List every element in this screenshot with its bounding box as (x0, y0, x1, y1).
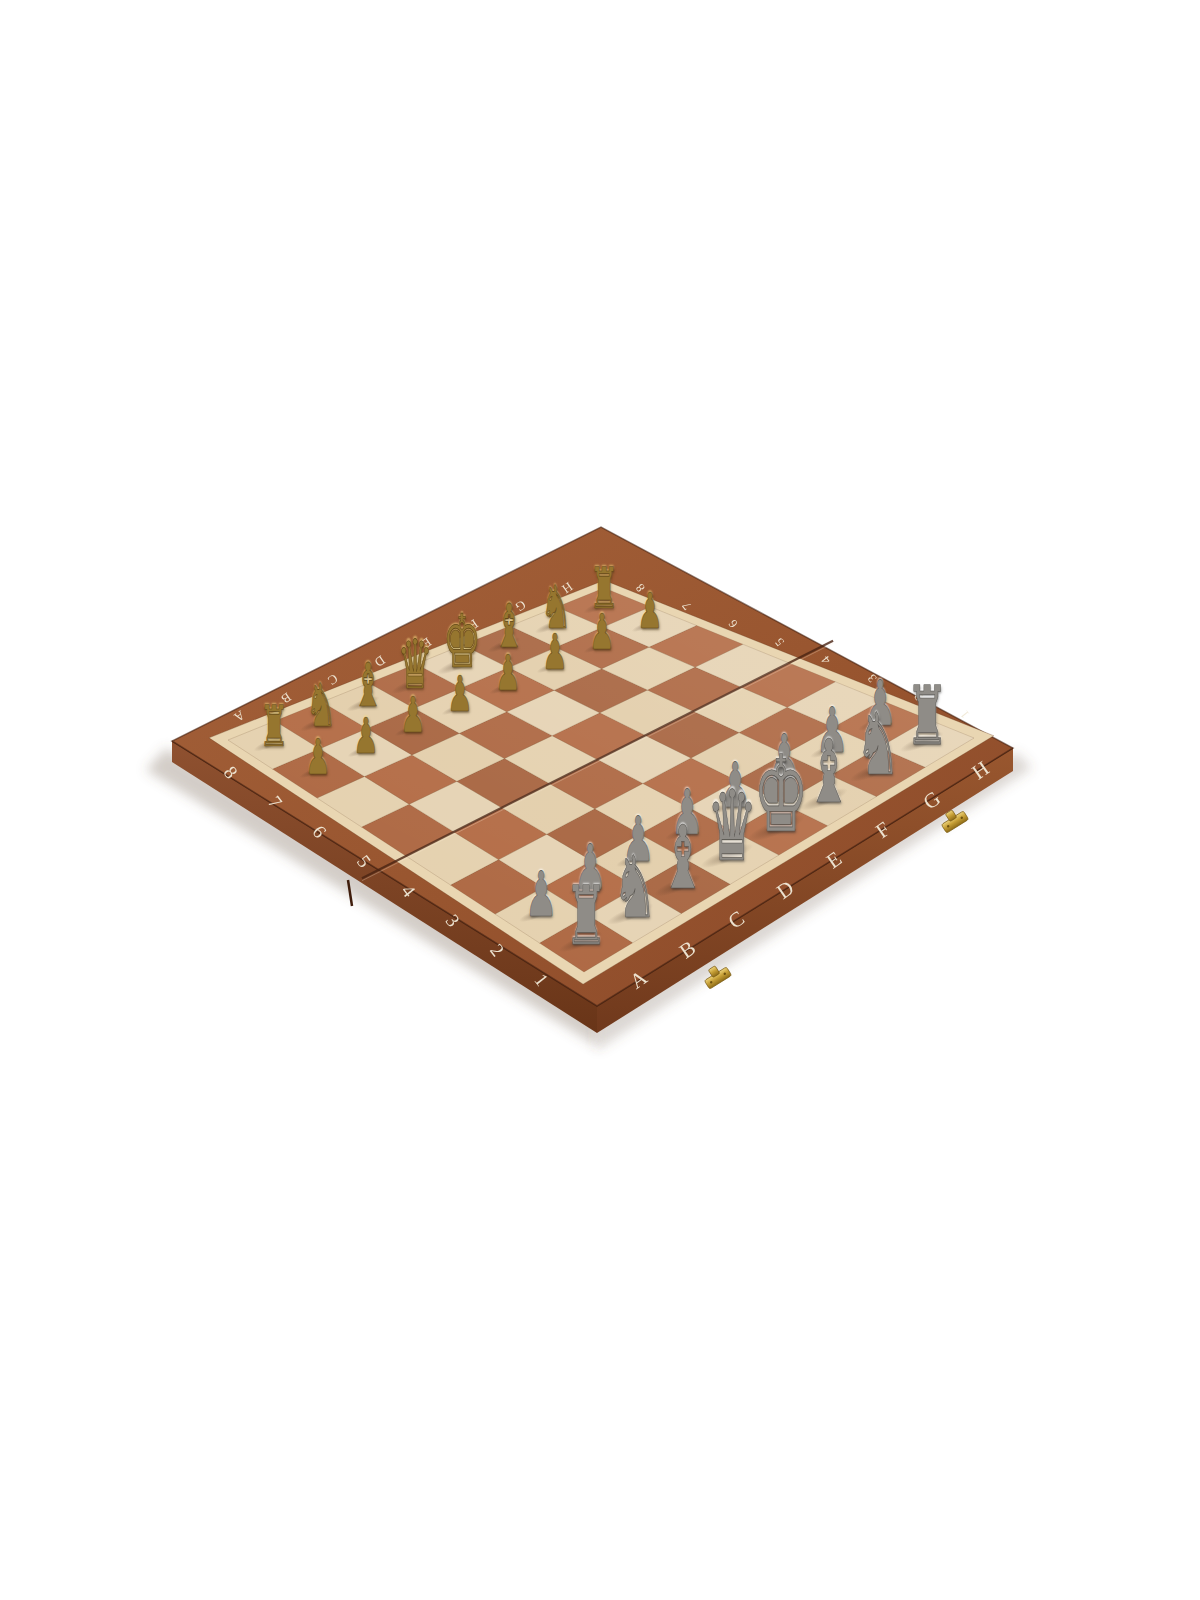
chess-set-product-photo: AABBCCDDEEFFGGHH1122334455667788 ♜♞♝♛♚♝♞… (0, 0, 1200, 1600)
light-sheen (228, 588, 974, 972)
rank-label-far-1: 1 (958, 708, 973, 722)
chess-board: AABBCCDDEEFFGGHH1122334455667788 (0, 0, 1200, 1600)
